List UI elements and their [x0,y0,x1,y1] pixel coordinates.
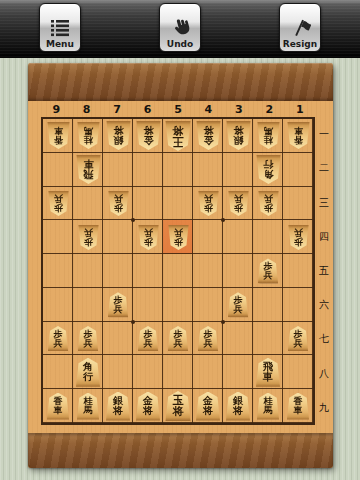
square-3-6[interactable]: 歩兵 [223,288,253,322]
square-7-4[interactable] [103,220,133,254]
square-5-6[interactable] [163,288,193,322]
piece-sente-pawn[interactable]: 歩兵 [258,258,279,283]
rank-label-3: 三 [315,185,333,219]
square-3-1[interactable]: 銀将 [223,119,253,153]
square-3-2[interactable] [223,153,253,187]
square-9-5[interactable] [43,254,73,288]
rank-label-6: 六 [315,288,333,322]
square-8-3[interactable] [73,187,103,221]
square-1-2[interactable] [283,153,313,187]
undo-button[interactable]: Undo [159,3,201,52]
file-label-8: 8 [71,101,101,117]
piece-sente-pawn[interactable]: 歩兵 [138,326,159,351]
piece-sente-bishop[interactable]: 角行 [76,358,101,387]
piece-sente-pawn[interactable]: 歩兵 [168,326,189,351]
rank-label-7: 七 [315,322,333,356]
square-2-7[interactable] [253,322,283,356]
square-8-9[interactable]: 桂馬 [73,389,103,423]
piece-sente-pawn[interactable]: 歩兵 [108,292,129,317]
piece-gote-pawn[interactable]: 歩兵 [228,191,249,216]
square-5-2[interactable] [163,153,193,187]
square-5-8[interactable] [163,355,193,389]
square-5-3[interactable] [163,187,193,221]
square-5-5[interactable] [163,254,193,288]
square-4-7[interactable]: 歩兵 [193,322,223,356]
square-9-1[interactable]: 香車 [43,119,73,153]
square-2-1[interactable]: 桂馬 [253,119,283,153]
square-1-5[interactable] [283,254,313,288]
square-9-3[interactable]: 歩兵 [43,187,73,221]
piece-gote-pawn[interactable]: 歩兵 [108,191,129,216]
piece-sente-silver[interactable]: 銀将 [226,392,251,421]
square-6-8[interactable] [133,355,163,389]
piece-gote-silver[interactable]: 銀将 [106,121,131,150]
shogi-board: 987654321 一二三四五六七八九 香車桂馬銀将金将王将金将銀将桂馬香車飛車… [28,63,333,468]
rank-labels: 一二三四五六七八九 [315,117,333,425]
undo-button-label: Undo [167,40,193,49]
square-5-7[interactable]: 歩兵 [163,322,193,356]
piece-sente-gold[interactable]: 金将 [136,392,161,421]
square-4-9[interactable]: 金将 [193,389,223,423]
file-labels: 987654321 [41,101,315,117]
square-4-5[interactable] [193,254,223,288]
square-3-5[interactable] [223,254,253,288]
piece-gote-lance[interactable]: 香車 [47,122,70,149]
piece-gote-pawn[interactable]: 歩兵 [198,191,219,216]
square-5-9[interactable]: 玉将 [163,389,193,423]
piece-gote-gold[interactable]: 金将 [196,121,221,150]
square-9-9[interactable]: 香車 [43,389,73,423]
piece-sente-gold[interactable]: 金将 [196,392,221,421]
square-7-3[interactable]: 歩兵 [103,187,133,221]
square-3-3[interactable]: 歩兵 [223,187,253,221]
square-3-4[interactable] [223,220,253,254]
piece-sente-pawn[interactable]: 歩兵 [288,326,309,351]
square-2-4[interactable] [253,220,283,254]
square-1-9[interactable]: 香車 [283,389,313,423]
piece-gote-rook[interactable]: 飛車 [76,155,101,184]
piece-sente-silver[interactable]: 銀将 [106,392,131,421]
file-label-9: 9 [41,101,71,117]
square-8-1[interactable]: 桂馬 [73,119,103,153]
resign-flag-icon [289,17,311,39]
square-8-4[interactable]: 歩兵 [73,220,103,254]
rank-label-1: 一 [315,117,333,151]
square-6-1[interactable]: 金将 [133,119,163,153]
sente-captured-tray[interactable] [28,433,333,468]
rank-label-8: 八 [315,357,333,391]
square-6-2[interactable] [133,153,163,187]
square-1-1[interactable]: 香車 [283,119,313,153]
piece-sente-lance[interactable]: 香車 [47,393,70,420]
square-6-6[interactable] [133,288,163,322]
resign-button-label: Resign [283,40,317,49]
square-2-6[interactable] [253,288,283,322]
square-6-7[interactable]: 歩兵 [133,322,163,356]
file-label-1: 1 [285,101,315,117]
piece-sente-pawn[interactable]: 歩兵 [78,326,99,351]
square-6-9[interactable]: 金将 [133,389,163,423]
piece-gote-pawn[interactable]: 歩兵 [78,225,99,250]
menu-button[interactable]: Menu [39,3,81,52]
square-6-4[interactable]: 歩兵 [133,220,163,254]
square-1-8[interactable] [283,355,313,389]
square-5-4[interactable]: 歩兵 [163,220,193,254]
square-8-8[interactable]: 角行 [73,355,103,389]
square-9-8[interactable] [43,355,73,389]
piece-gote-silver[interactable]: 銀将 [226,121,251,150]
piece-gote-king[interactable]: 王将 [165,121,191,151]
square-5-1[interactable]: 王将 [163,119,193,153]
piece-gote-knight[interactable]: 桂馬 [77,122,100,149]
piece-gote-pawn[interactable]: 歩兵 [168,225,189,250]
square-4-2[interactable] [193,153,223,187]
menu-button-label: Menu [46,40,74,49]
file-label-5: 5 [163,101,193,117]
square-1-4[interactable]: 歩兵 [283,220,313,254]
square-9-6[interactable] [43,288,73,322]
piece-gote-pawn[interactable]: 歩兵 [288,225,309,250]
square-7-5[interactable] [103,254,133,288]
menu-list-icon [49,17,71,39]
piece-sente-pawn[interactable]: 歩兵 [228,292,249,317]
file-label-2: 2 [254,101,284,117]
app-screen: Menu Undo Resign 987654321 一二三四五六七八九 [0,0,360,480]
rank-label-4: 四 [315,220,333,254]
file-label-3: 3 [224,101,254,117]
toolbar: Menu Undo Resign [0,0,360,58]
square-7-1[interactable]: 銀将 [103,119,133,153]
square-8-7[interactable]: 歩兵 [73,322,103,356]
square-2-3[interactable]: 歩兵 [253,187,283,221]
square-3-8[interactable] [223,355,253,389]
piece-sente-king[interactable]: 玉将 [165,391,191,421]
undo-hand-icon [169,17,191,39]
square-2-9[interactable]: 桂馬 [253,389,283,423]
square-7-8[interactable] [103,355,133,389]
rank-label-9: 九 [315,391,333,425]
square-4-1[interactable]: 金将 [193,119,223,153]
square-7-2[interactable] [103,153,133,187]
square-8-2[interactable]: 飛車 [73,153,103,187]
square-7-7[interactable] [103,322,133,356]
square-8-5[interactable] [73,254,103,288]
square-2-5[interactable]: 歩兵 [253,254,283,288]
rank-label-2: 二 [315,151,333,185]
square-6-5[interactable] [133,254,163,288]
piece-sente-pawn[interactable]: 歩兵 [198,326,219,351]
square-1-3[interactable] [283,187,313,221]
piece-sente-rook[interactable]: 飛車 [256,358,281,387]
piece-gote-gold[interactable]: 金将 [136,121,161,150]
square-2-2[interactable]: 角行 [253,153,283,187]
file-label-6: 6 [132,101,162,117]
square-7-9[interactable]: 銀将 [103,389,133,423]
square-7-6[interactable]: 歩兵 [103,288,133,322]
square-1-7[interactable]: 歩兵 [283,322,313,356]
piece-gote-lance[interactable]: 香車 [287,122,310,149]
piece-sente-knight[interactable]: 桂馬 [257,393,280,420]
square-9-4[interactable] [43,220,73,254]
square-4-3[interactable]: 歩兵 [193,187,223,221]
square-3-9[interactable]: 銀将 [223,389,253,423]
piece-sente-lance[interactable]: 香車 [287,393,310,420]
square-4-4[interactable] [193,220,223,254]
piece-sente-pawn[interactable]: 歩兵 [48,326,69,351]
square-9-7[interactable]: 歩兵 [43,322,73,356]
square-8-6[interactable] [73,288,103,322]
file-label-4: 4 [193,101,223,117]
file-label-7: 7 [102,101,132,117]
piece-gote-pawn[interactable]: 歩兵 [138,225,159,250]
piece-gote-bishop[interactable]: 角行 [256,155,281,184]
piece-gote-knight[interactable]: 桂馬 [257,122,280,149]
piece-gote-pawn[interactable]: 歩兵 [258,191,279,216]
square-4-8[interactable] [193,355,223,389]
square-1-6[interactable] [283,288,313,322]
square-3-7[interactable] [223,322,253,356]
square-6-3[interactable] [133,187,163,221]
square-4-6[interactable] [193,288,223,322]
piece-sente-knight[interactable]: 桂馬 [77,393,100,420]
gote-captured-tray[interactable] [28,63,333,101]
piece-gote-pawn[interactable]: 歩兵 [48,191,69,216]
square-2-8[interactable]: 飛車 [253,355,283,389]
rank-label-5: 五 [315,254,333,288]
resign-button[interactable]: Resign [279,3,321,52]
square-9-2[interactable] [43,153,73,187]
board-grid: 香車桂馬銀将金将王将金将銀将桂馬香車飛車角行歩兵歩兵歩兵歩兵歩兵歩兵歩兵歩兵歩兵… [41,117,315,425]
